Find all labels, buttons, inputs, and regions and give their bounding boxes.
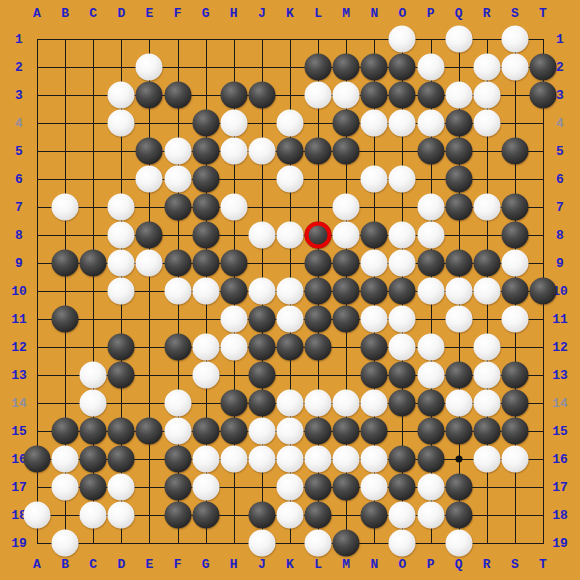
white-stone[interactable] (108, 222, 135, 249)
black-stone[interactable] (136, 138, 163, 165)
white-stone[interactable] (445, 82, 472, 109)
row-label-left: 15 (11, 425, 27, 438)
column-label-top: T (539, 7, 547, 20)
column-label-bottom: M (342, 558, 350, 571)
row-label-left: 4 (15, 117, 23, 130)
black-stone[interactable] (52, 250, 79, 277)
white-stone[interactable] (417, 110, 444, 137)
white-stone[interactable] (361, 474, 388, 501)
white-stone[interactable] (248, 278, 275, 305)
white-stone[interactable] (108, 194, 135, 221)
last-move-marker (305, 222, 332, 249)
white-stone[interactable] (389, 110, 416, 137)
black-stone[interactable] (164, 82, 191, 109)
black-stone[interactable] (248, 306, 275, 333)
black-stone[interactable] (192, 138, 219, 165)
black-stone[interactable] (333, 278, 360, 305)
row-label-left: 14 (11, 397, 27, 410)
white-stone[interactable] (473, 54, 500, 81)
black-stone[interactable] (333, 418, 360, 445)
black-stone[interactable] (192, 166, 219, 193)
black-stone[interactable] (445, 250, 472, 277)
grid-line-vertical (149, 39, 150, 544)
white-stone[interactable] (108, 110, 135, 137)
white-stone[interactable] (333, 446, 360, 473)
white-stone[interactable] (417, 362, 444, 389)
column-label-bottom: G (202, 558, 210, 571)
row-label-left: 7 (15, 201, 23, 214)
white-stone[interactable] (473, 446, 500, 473)
column-label-top: S (511, 7, 519, 20)
white-stone[interactable] (248, 222, 275, 249)
go-board[interactable]: AABBCCDDEEFFGGHHJJKKLLMMNNOOPPQQRRSSTT11… (0, 0, 580, 580)
black-stone[interactable] (192, 502, 219, 529)
white-stone[interactable] (501, 250, 528, 277)
white-stone[interactable] (220, 446, 247, 473)
black-stone[interactable] (445, 166, 472, 193)
white-stone[interactable] (473, 194, 500, 221)
black-stone[interactable] (389, 54, 416, 81)
white-stone[interactable] (501, 446, 528, 473)
black-stone[interactable] (529, 54, 556, 81)
white-stone[interactable] (333, 194, 360, 221)
row-label-right: 11 (552, 313, 568, 326)
white-stone[interactable] (389, 502, 416, 529)
white-stone[interactable] (333, 82, 360, 109)
black-stone[interactable] (52, 418, 79, 445)
black-stone[interactable] (192, 110, 219, 137)
black-stone[interactable] (501, 390, 528, 417)
black-stone[interactable] (445, 474, 472, 501)
white-stone[interactable] (473, 390, 500, 417)
black-stone[interactable] (389, 362, 416, 389)
white-stone[interactable] (192, 362, 219, 389)
row-label-right: 17 (552, 481, 568, 494)
row-label-right: 9 (556, 257, 564, 270)
column-label-top: J (258, 7, 266, 20)
black-stone[interactable] (361, 278, 388, 305)
row-label-left: 13 (11, 369, 27, 382)
black-stone[interactable] (108, 418, 135, 445)
black-stone[interactable] (305, 474, 332, 501)
black-stone[interactable] (445, 110, 472, 137)
white-stone[interactable] (220, 334, 247, 361)
black-stone[interactable] (361, 54, 388, 81)
white-stone[interactable] (192, 278, 219, 305)
white-stone[interactable] (445, 530, 472, 557)
black-stone[interactable] (333, 110, 360, 137)
white-stone[interactable] (164, 278, 191, 305)
black-stone[interactable] (248, 82, 275, 109)
black-stone[interactable] (276, 138, 303, 165)
column-label-bottom: S (511, 558, 519, 571)
column-label-bottom: P (427, 558, 435, 571)
row-label-left: 11 (11, 313, 27, 326)
black-stone[interactable] (136, 82, 163, 109)
white-stone[interactable] (473, 110, 500, 137)
black-stone[interactable] (473, 250, 500, 277)
column-label-top: K (286, 7, 294, 20)
row-label-left: 17 (11, 481, 27, 494)
row-label-right: 1 (556, 33, 564, 46)
white-stone[interactable] (220, 306, 247, 333)
column-label-top: Q (455, 7, 463, 20)
white-stone[interactable] (248, 138, 275, 165)
white-stone[interactable] (276, 446, 303, 473)
white-stone[interactable] (276, 390, 303, 417)
column-label-top: G (202, 7, 210, 20)
black-stone[interactable] (445, 418, 472, 445)
white-stone[interactable] (417, 54, 444, 81)
white-stone[interactable] (276, 166, 303, 193)
white-stone[interactable] (108, 474, 135, 501)
column-label-top: C (89, 7, 97, 20)
black-stone[interactable] (445, 362, 472, 389)
column-label-top: O (399, 7, 407, 20)
white-stone[interactable] (248, 418, 275, 445)
row-label-left: 19 (11, 537, 27, 550)
column-label-top: R (483, 7, 491, 20)
row-label-right: 4 (556, 117, 564, 130)
white-stone[interactable] (361, 110, 388, 137)
black-stone[interactable] (417, 418, 444, 445)
white-stone[interactable] (473, 82, 500, 109)
white-stone[interactable] (445, 306, 472, 333)
black-stone[interactable] (361, 222, 388, 249)
white-stone[interactable] (220, 194, 247, 221)
column-label-bottom: R (483, 558, 491, 571)
black-stone[interactable] (417, 446, 444, 473)
black-stone[interactable] (389, 82, 416, 109)
black-stone[interactable] (361, 502, 388, 529)
column-label-top: D (117, 7, 125, 20)
column-label-top: L (314, 7, 322, 20)
white-stone[interactable] (164, 138, 191, 165)
row-label-right: 2 (556, 61, 564, 74)
black-stone[interactable] (80, 474, 107, 501)
white-stone[interactable] (305, 82, 332, 109)
star-point (455, 456, 462, 463)
white-stone[interactable] (248, 530, 275, 557)
row-label-right: 16 (552, 453, 568, 466)
black-stone[interactable] (305, 418, 332, 445)
white-stone[interactable] (501, 54, 528, 81)
black-stone[interactable] (80, 446, 107, 473)
white-stone[interactable] (52, 530, 79, 557)
black-stone[interactable] (305, 250, 332, 277)
white-stone[interactable] (389, 306, 416, 333)
white-stone[interactable] (305, 390, 332, 417)
white-stone[interactable] (333, 390, 360, 417)
white-stone[interactable] (389, 222, 416, 249)
black-stone[interactable] (501, 362, 528, 389)
column-label-bottom: D (117, 558, 125, 571)
white-stone[interactable] (276, 306, 303, 333)
row-label-right: 18 (552, 509, 568, 522)
black-stone[interactable] (305, 306, 332, 333)
white-stone[interactable] (248, 446, 275, 473)
white-stone[interactable] (361, 306, 388, 333)
black-stone[interactable] (473, 418, 500, 445)
black-stone[interactable] (164, 502, 191, 529)
white-stone[interactable] (361, 250, 388, 277)
column-label-bottom: Q (455, 558, 463, 571)
white-stone[interactable] (192, 334, 219, 361)
white-stone[interactable] (136, 54, 163, 81)
white-stone[interactable] (136, 250, 163, 277)
white-stone[interactable] (192, 446, 219, 473)
black-stone[interactable] (361, 82, 388, 109)
black-stone[interactable] (389, 390, 416, 417)
row-label-left: 10 (11, 285, 27, 298)
black-stone[interactable] (220, 278, 247, 305)
black-stone[interactable] (333, 530, 360, 557)
white-stone[interactable] (417, 502, 444, 529)
white-stone[interactable] (361, 390, 388, 417)
black-stone[interactable] (529, 82, 556, 109)
black-stone[interactable] (164, 446, 191, 473)
black-stone[interactable] (305, 278, 332, 305)
white-stone[interactable] (164, 166, 191, 193)
row-label-right: 6 (556, 173, 564, 186)
black-stone[interactable] (389, 278, 416, 305)
column-label-top: E (146, 7, 154, 20)
white-stone[interactable] (389, 530, 416, 557)
column-label-bottom: C (89, 558, 97, 571)
column-label-bottom: K (286, 558, 294, 571)
column-label-bottom: E (146, 558, 154, 571)
black-stone[interactable] (80, 418, 107, 445)
white-stone[interactable] (276, 222, 303, 249)
black-stone[interactable] (445, 138, 472, 165)
white-stone[interactable] (417, 222, 444, 249)
row-label-right: 19 (552, 537, 568, 550)
black-stone[interactable] (389, 446, 416, 473)
white-stone[interactable] (136, 166, 163, 193)
white-stone[interactable] (417, 474, 444, 501)
black-stone[interactable] (24, 446, 51, 473)
row-label-left: 1 (15, 33, 23, 46)
black-stone[interactable] (248, 362, 275, 389)
black-stone[interactable] (108, 334, 135, 361)
black-stone[interactable] (361, 362, 388, 389)
white-stone[interactable] (52, 474, 79, 501)
black-stone[interactable] (417, 138, 444, 165)
black-stone[interactable] (192, 418, 219, 445)
black-stone[interactable] (136, 418, 163, 445)
white-stone[interactable] (276, 502, 303, 529)
white-stone[interactable] (473, 362, 500, 389)
black-stone[interactable] (164, 334, 191, 361)
white-stone[interactable] (389, 334, 416, 361)
white-stone[interactable] (164, 390, 191, 417)
black-stone[interactable] (333, 250, 360, 277)
column-label-top: A (33, 7, 41, 20)
white-stone[interactable] (417, 278, 444, 305)
column-label-top: B (61, 7, 69, 20)
white-stone[interactable] (389, 250, 416, 277)
column-label-top: N (370, 7, 378, 20)
white-stone[interactable] (473, 334, 500, 361)
black-stone[interactable] (192, 222, 219, 249)
white-stone[interactable] (52, 446, 79, 473)
black-stone[interactable] (361, 418, 388, 445)
white-stone[interactable] (305, 530, 332, 557)
white-stone[interactable] (473, 278, 500, 305)
white-stone[interactable] (361, 166, 388, 193)
row-label-right: 5 (556, 145, 564, 158)
row-label-right: 13 (552, 369, 568, 382)
white-stone[interactable] (80, 362, 107, 389)
white-stone[interactable] (389, 166, 416, 193)
white-stone[interactable] (445, 278, 472, 305)
black-stone[interactable] (276, 334, 303, 361)
white-stone[interactable] (361, 446, 388, 473)
black-stone[interactable] (389, 474, 416, 501)
column-label-bottom: L (314, 558, 322, 571)
black-stone[interactable] (529, 278, 556, 305)
black-stone[interactable] (333, 138, 360, 165)
white-stone[interactable] (108, 502, 135, 529)
black-stone[interactable] (192, 250, 219, 277)
white-stone[interactable] (389, 26, 416, 53)
white-stone[interactable] (417, 334, 444, 361)
column-label-bottom: N (370, 558, 378, 571)
black-stone[interactable] (220, 82, 247, 109)
white-stone[interactable] (276, 278, 303, 305)
black-stone[interactable] (136, 222, 163, 249)
white-stone[interactable] (417, 194, 444, 221)
white-stone[interactable] (108, 250, 135, 277)
row-label-right: 12 (552, 341, 568, 354)
black-stone[interactable] (417, 82, 444, 109)
white-stone[interactable] (333, 222, 360, 249)
black-stone[interactable] (248, 390, 275, 417)
column-label-bottom: F (174, 558, 182, 571)
black-stone[interactable] (501, 138, 528, 165)
column-label-bottom: T (539, 558, 547, 571)
black-stone[interactable] (333, 474, 360, 501)
black-stone[interactable] (417, 250, 444, 277)
black-stone[interactable] (164, 250, 191, 277)
black-stone[interactable] (164, 194, 191, 221)
black-stone[interactable] (305, 502, 332, 529)
black-stone[interactable] (501, 278, 528, 305)
black-stone[interactable] (417, 390, 444, 417)
column-label-bottom: J (258, 558, 266, 571)
row-label-right: 8 (556, 229, 564, 242)
row-label-left: 8 (15, 229, 23, 242)
black-stone[interactable] (220, 250, 247, 277)
white-stone[interactable] (276, 110, 303, 137)
row-label-left: 3 (15, 89, 23, 102)
black-stone[interactable] (305, 138, 332, 165)
white-stone[interactable] (80, 390, 107, 417)
black-stone[interactable] (164, 474, 191, 501)
row-label-left: 12 (11, 341, 27, 354)
white-stone[interactable] (220, 138, 247, 165)
white-stone[interactable] (52, 194, 79, 221)
black-stone[interactable] (445, 502, 472, 529)
black-stone[interactable] (80, 250, 107, 277)
white-stone[interactable] (445, 26, 472, 53)
black-stone[interactable] (108, 446, 135, 473)
black-stone[interactable] (220, 390, 247, 417)
black-stone[interactable] (501, 194, 528, 221)
black-stone[interactable] (333, 306, 360, 333)
row-label-right: 14 (552, 397, 568, 410)
black-stone[interactable] (192, 194, 219, 221)
column-label-top: F (174, 7, 182, 20)
column-label-bottom: O (399, 558, 407, 571)
black-stone[interactable] (361, 334, 388, 361)
black-stone[interactable] (501, 222, 528, 249)
white-stone[interactable] (192, 474, 219, 501)
black-stone[interactable] (248, 502, 275, 529)
white-stone[interactable] (164, 418, 191, 445)
column-label-bottom: H (230, 558, 238, 571)
black-stone[interactable] (305, 54, 332, 81)
white-stone[interactable] (501, 306, 528, 333)
row-label-left: 9 (15, 257, 23, 270)
white-stone[interactable] (305, 446, 332, 473)
black-stone[interactable] (108, 362, 135, 389)
column-label-top: M (342, 7, 350, 20)
column-label-top: P (427, 7, 435, 20)
row-label-right: 3 (556, 89, 564, 102)
column-label-bottom: A (33, 558, 41, 571)
row-label-right: 15 (552, 425, 568, 438)
black-stone[interactable] (248, 334, 275, 361)
row-label-left: 2 (15, 61, 23, 74)
white-stone[interactable] (276, 418, 303, 445)
column-label-top: H (230, 7, 238, 20)
black-stone[interactable] (220, 418, 247, 445)
white-stone[interactable] (24, 502, 51, 529)
row-label-right: 7 (556, 201, 564, 214)
black-stone[interactable] (305, 334, 332, 361)
white-stone[interactable] (80, 502, 107, 529)
black-stone[interactable] (445, 194, 472, 221)
row-label-left: 6 (15, 173, 23, 186)
white-stone[interactable] (108, 82, 135, 109)
white-stone[interactable] (108, 278, 135, 305)
white-stone[interactable] (445, 390, 472, 417)
black-stone[interactable] (501, 418, 528, 445)
white-stone[interactable] (276, 474, 303, 501)
row-label-left: 5 (15, 145, 23, 158)
black-stone[interactable] (52, 306, 79, 333)
white-stone[interactable] (501, 26, 528, 53)
black-stone[interactable] (333, 54, 360, 81)
white-stone[interactable] (220, 110, 247, 137)
column-label-bottom: B (61, 558, 69, 571)
